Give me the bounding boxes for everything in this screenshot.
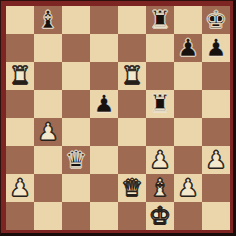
white-king[interactable]: ♚ [149,202,171,230]
square-c6[interactable] [62,62,90,90]
black-king[interactable]: ♚ [205,6,227,34]
square-g8[interactable] [174,6,202,34]
square-d7[interactable] [90,34,118,62]
square-d2[interactable] [90,174,118,202]
black-queen[interactable]: ♛ [65,146,87,174]
square-e4[interactable] [118,118,146,146]
square-g7[interactable]: ♟ [174,34,202,62]
square-d5[interactable]: ♟ [90,90,118,118]
square-h7[interactable]: ♟ [202,34,230,62]
square-c3[interactable]: ♛ [62,146,90,174]
white-rook[interactable]: ♜ [9,62,31,90]
square-f1[interactable]: ♚ [146,202,174,230]
square-h1[interactable] [202,202,230,230]
square-e5[interactable] [118,90,146,118]
square-c7[interactable] [62,34,90,62]
white-queen[interactable]: ♛ [121,174,143,202]
white-bishop[interactable]: ♝ [149,174,171,202]
square-c1[interactable] [62,202,90,230]
square-d3[interactable] [90,146,118,174]
square-g3[interactable] [174,146,202,174]
square-h8[interactable]: ♚ [202,6,230,34]
white-pawn[interactable]: ♟ [177,174,199,202]
black-rook[interactable]: ♜ [149,90,171,118]
square-d4[interactable] [90,118,118,146]
square-b7[interactable] [34,34,62,62]
square-a6[interactable]: ♜ [6,62,34,90]
square-a5[interactable] [6,90,34,118]
white-pawn[interactable]: ♟ [149,146,171,174]
black-pawn[interactable]: ♟ [177,34,199,62]
square-g2[interactable]: ♟ [174,174,202,202]
white-pawn[interactable]: ♟ [205,146,227,174]
square-b8[interactable]: ♝ [34,6,62,34]
white-rook[interactable]: ♜ [121,62,143,90]
square-f8[interactable]: ♜ [146,6,174,34]
square-a8[interactable] [6,6,34,34]
chess-board: ♝♜♚♟♟♜♜♟♜♟♛♟♟♟♛♝♟♚ [6,6,230,230]
square-f2[interactable]: ♝ [146,174,174,202]
square-g4[interactable] [174,118,202,146]
square-h2[interactable] [202,174,230,202]
square-d6[interactable] [90,62,118,90]
black-bishop[interactable]: ♝ [37,6,59,34]
white-pawn[interactable]: ♟ [9,174,31,202]
square-c4[interactable] [62,118,90,146]
square-g1[interactable] [174,202,202,230]
square-e3[interactable] [118,146,146,174]
chess-board-frame: ♝♜♚♟♟♜♜♟♜♟♛♟♟♟♛♝♟♚ [0,0,236,236]
square-a2[interactable]: ♟ [6,174,34,202]
square-f5[interactable]: ♜ [146,90,174,118]
square-e8[interactable] [118,6,146,34]
square-a7[interactable] [6,34,34,62]
square-f4[interactable] [146,118,174,146]
square-f6[interactable] [146,62,174,90]
square-b2[interactable] [34,174,62,202]
square-g5[interactable] [174,90,202,118]
square-e1[interactable] [118,202,146,230]
black-pawn[interactable]: ♟ [205,34,227,62]
square-d1[interactable] [90,202,118,230]
square-b3[interactable] [34,146,62,174]
square-f7[interactable] [146,34,174,62]
square-b1[interactable] [34,202,62,230]
square-a1[interactable] [6,202,34,230]
square-e7[interactable] [118,34,146,62]
square-e2[interactable]: ♛ [118,174,146,202]
square-h4[interactable] [202,118,230,146]
square-a3[interactable] [6,146,34,174]
square-e6[interactable]: ♜ [118,62,146,90]
square-h6[interactable] [202,62,230,90]
square-d8[interactable] [90,6,118,34]
square-h5[interactable] [202,90,230,118]
square-b4[interactable]: ♟ [34,118,62,146]
square-h3[interactable]: ♟ [202,146,230,174]
square-a4[interactable] [6,118,34,146]
square-c2[interactable] [62,174,90,202]
square-c5[interactable] [62,90,90,118]
black-pawn[interactable]: ♟ [93,90,115,118]
square-b6[interactable] [34,62,62,90]
black-rook[interactable]: ♜ [149,6,171,34]
white-pawn[interactable]: ♟ [37,118,59,146]
square-c8[interactable] [62,6,90,34]
square-f3[interactable]: ♟ [146,146,174,174]
square-g6[interactable] [174,62,202,90]
square-b5[interactable] [34,90,62,118]
